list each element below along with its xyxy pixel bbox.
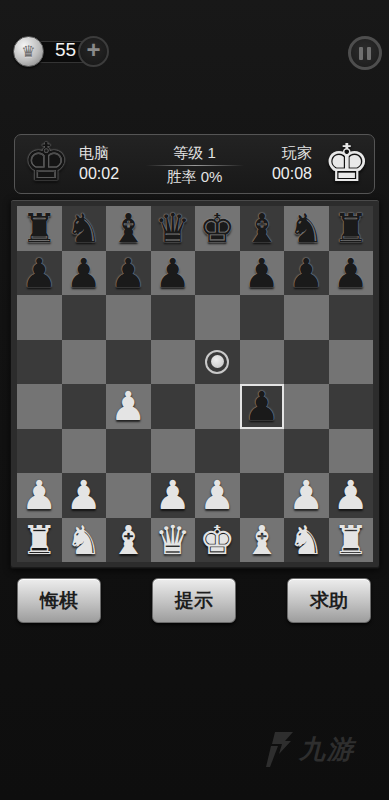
- undo-move-button[interactable]: 悔棋: [17, 578, 101, 623]
- player-info: 玩家 00:08: [272, 144, 312, 183]
- piece-white-rook[interactable]: ♜: [333, 518, 369, 562]
- player-clock: 00:08: [272, 165, 312, 183]
- plus-icon: +: [86, 38, 100, 62]
- square-g7[interactable]: ♟: [284, 251, 329, 296]
- piece-black-knight[interactable]: ♞: [66, 206, 102, 250]
- square-c4[interactable]: ♟: [106, 384, 151, 429]
- jiuyou-watermark: 九游: [266, 732, 355, 767]
- square-e8[interactable]: ♚: [195, 206, 240, 251]
- square-e3[interactable]: [195, 429, 240, 474]
- square-e1[interactable]: ♚: [195, 518, 240, 563]
- square-g2[interactable]: ♟: [284, 473, 329, 518]
- computer-label: 电脑: [79, 144, 119, 163]
- piece-white-pawn[interactable]: ♟: [333, 473, 369, 517]
- square-b8[interactable]: ♞: [62, 206, 107, 251]
- square-d5[interactable]: [151, 340, 196, 385]
- square-c6[interactable]: [106, 295, 151, 340]
- piece-white-bishop[interactable]: ♝: [110, 518, 146, 562]
- game-screen: 55 ♛ + ♚ 电脑 00:02 等级 1 胜率 0% 玩家 00:08 ♚ …: [0, 0, 389, 800]
- square-h1[interactable]: ♜: [329, 518, 374, 563]
- square-b6[interactable]: [62, 295, 107, 340]
- piece-white-pawn[interactable]: ♟: [66, 473, 102, 517]
- piece-black-rook[interactable]: ♜: [21, 206, 57, 250]
- piece-black-rook[interactable]: ♜: [333, 206, 369, 250]
- jiuyou-logo-text: 九游: [299, 732, 355, 767]
- square-c5[interactable]: [106, 340, 151, 385]
- square-c2[interactable]: [106, 473, 151, 518]
- chess-board: ♜♞♝♛♚♝♞♜♟♟♟♟♟♟♟♟♟♟♟♟♟♟♟♜♞♝♛♚♝♞♜: [17, 206, 373, 562]
- white-king-icon: ♚: [323, 137, 370, 189]
- square-g3[interactable]: [284, 429, 329, 474]
- divider: [146, 165, 244, 166]
- square-d6[interactable]: [151, 295, 196, 340]
- pause-icon: [359, 47, 363, 60]
- coin-icon: ♛: [13, 36, 44, 67]
- square-d1[interactable]: ♛: [151, 518, 196, 563]
- black-king-icon: ♚: [23, 136, 70, 188]
- square-a1[interactable]: ♜: [17, 518, 62, 563]
- square-b2[interactable]: ♟: [62, 473, 107, 518]
- square-a8[interactable]: ♜: [17, 206, 62, 251]
- player-label: 玩家: [272, 144, 312, 163]
- piece-black-knight[interactable]: ♞: [288, 206, 324, 250]
- square-a7[interactable]: ♟: [17, 251, 62, 296]
- piece-black-bishop[interactable]: ♝: [244, 206, 280, 250]
- match-info-bar: ♚ 电脑 00:02 等级 1 胜率 0% 玩家 00:08 ♚: [14, 134, 375, 194]
- square-h3[interactable]: [329, 429, 374, 474]
- square-a5[interactable]: [17, 340, 62, 385]
- piece-black-pawn[interactable]: ♟: [244, 251, 280, 295]
- piece-black-queen[interactable]: ♛: [155, 206, 191, 250]
- square-b4[interactable]: [62, 384, 107, 429]
- square-h6[interactable]: [329, 295, 374, 340]
- square-d7[interactable]: ♟: [151, 251, 196, 296]
- jiuyou-logo-icon: [266, 732, 293, 767]
- square-b1[interactable]: ♞: [62, 518, 107, 563]
- coin-crown-glyph: ♛: [21, 42, 35, 61]
- square-c3[interactable]: [106, 429, 151, 474]
- square-a3[interactable]: [17, 429, 62, 474]
- square-f3[interactable]: [240, 429, 285, 474]
- piece-black-pawn[interactable]: ♟: [110, 251, 146, 295]
- last-move-origin-marker: [205, 350, 229, 374]
- square-g6[interactable]: [284, 295, 329, 340]
- computer-clock: 00:02: [79, 165, 119, 183]
- square-g4[interactable]: [284, 384, 329, 429]
- help-button[interactable]: 求助: [287, 578, 371, 623]
- piece-white-knight[interactable]: ♞: [288, 518, 324, 562]
- square-b7[interactable]: ♟: [62, 251, 107, 296]
- square-h5[interactable]: [329, 340, 374, 385]
- piece-black-pawn[interactable]: ♟: [21, 251, 57, 295]
- coin-balance: 55 ♛ +: [13, 36, 113, 68]
- coin-count: 55: [55, 39, 76, 61]
- square-g1[interactable]: ♞: [284, 518, 329, 563]
- square-f5[interactable]: [240, 340, 285, 385]
- piece-white-pawn[interactable]: ♟: [288, 473, 324, 517]
- piece-white-king[interactable]: ♚: [199, 518, 235, 562]
- chess-board-frame: ♜♞♝♛♚♝♞♜♟♟♟♟♟♟♟♟♟♟♟♟♟♟♟♜♞♝♛♚♝♞♜: [10, 199, 380, 569]
- add-coins-button[interactable]: +: [78, 36, 109, 67]
- piece-black-pawn[interactable]: ♟: [155, 251, 191, 295]
- square-c8[interactable]: ♝: [106, 206, 151, 251]
- square-a2[interactable]: ♟: [17, 473, 62, 518]
- square-d3[interactable]: [151, 429, 196, 474]
- square-f7[interactable]: ♟: [240, 251, 285, 296]
- square-g8[interactable]: ♞: [284, 206, 329, 251]
- square-f6[interactable]: [240, 295, 285, 340]
- hint-button[interactable]: 提示: [152, 578, 236, 623]
- square-e4[interactable]: [195, 384, 240, 429]
- square-d8[interactable]: ♛: [151, 206, 196, 251]
- square-f1[interactable]: ♝: [240, 518, 285, 563]
- square-c7[interactable]: ♟: [106, 251, 151, 296]
- square-b5[interactable]: [62, 340, 107, 385]
- piece-white-pawn[interactable]: ♟: [199, 473, 235, 517]
- square-c1[interactable]: ♝: [106, 518, 151, 563]
- square-h8[interactable]: ♜: [329, 206, 374, 251]
- piece-white-queen[interactable]: ♛: [155, 518, 191, 562]
- square-h2[interactable]: ♟: [329, 473, 374, 518]
- level-label: 等级 1: [173, 144, 216, 163]
- square-b3[interactable]: [62, 429, 107, 474]
- square-e7[interactable]: [195, 251, 240, 296]
- piece-white-pawn[interactable]: ♟: [21, 473, 57, 517]
- pause-button[interactable]: [348, 36, 382, 70]
- square-f8[interactable]: ♝: [240, 206, 285, 251]
- piece-black-pawn[interactable]: ♟: [333, 251, 369, 295]
- piece-white-bishop[interactable]: ♝: [244, 518, 280, 562]
- piece-black-king[interactable]: ♚: [199, 206, 235, 250]
- computer-info: 电脑 00:02: [79, 144, 119, 183]
- piece-white-rook[interactable]: ♜: [21, 518, 57, 562]
- square-h7[interactable]: ♟: [329, 251, 374, 296]
- piece-black-bishop[interactable]: ♝: [110, 206, 146, 250]
- piece-black-pawn[interactable]: ♟: [244, 384, 280, 428]
- square-d2[interactable]: ♟: [151, 473, 196, 518]
- square-e2[interactable]: ♟: [195, 473, 240, 518]
- win-rate-label: 胜率 0%: [167, 168, 223, 187]
- square-e6[interactable]: [195, 295, 240, 340]
- square-a6[interactable]: [17, 295, 62, 340]
- square-f4[interactable]: ♟: [240, 384, 285, 429]
- piece-white-knight[interactable]: ♞: [66, 518, 102, 562]
- piece-black-pawn[interactable]: ♟: [288, 251, 324, 295]
- pause-icon: [367, 47, 371, 60]
- square-h4[interactable]: [329, 384, 374, 429]
- piece-white-pawn[interactable]: ♟: [110, 384, 146, 428]
- square-d4[interactable]: [151, 384, 196, 429]
- level-info: 等级 1 胜率 0%: [146, 144, 244, 187]
- square-e5[interactable]: [195, 340, 240, 385]
- piece-black-pawn[interactable]: ♟: [66, 251, 102, 295]
- piece-white-pawn[interactable]: ♟: [155, 473, 191, 517]
- square-f2[interactable]: [240, 473, 285, 518]
- square-g5[interactable]: [284, 340, 329, 385]
- square-a4[interactable]: [17, 384, 62, 429]
